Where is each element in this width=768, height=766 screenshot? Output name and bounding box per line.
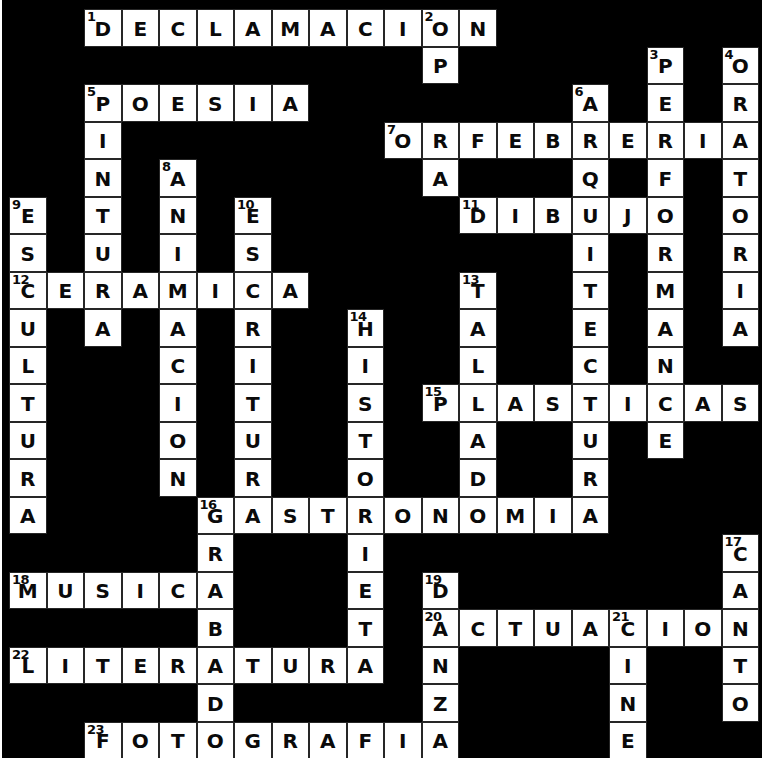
black-cell xyxy=(272,422,310,460)
grid-cell-r10c19[interactable]: S xyxy=(722,384,760,422)
clue-number: 1 xyxy=(87,10,96,24)
grid-cell-r17c0[interactable]: 22L xyxy=(9,647,47,685)
black-cell xyxy=(647,534,685,572)
black-cell xyxy=(47,684,85,722)
grid-cell-r16c13[interactable]: T xyxy=(497,609,535,647)
grid-cell-r17c2[interactable]: T xyxy=(84,647,122,685)
cell-letter: A xyxy=(583,619,598,639)
cell-letter: A xyxy=(733,581,748,601)
cell-letter: Q xyxy=(582,169,599,189)
cell-letter: N xyxy=(94,169,111,189)
grid-cell-r17c16[interactable]: I xyxy=(609,647,647,685)
black-cell xyxy=(347,684,385,722)
cell-letter: I xyxy=(62,656,69,676)
grid-cell-r7c0[interactable]: 12C xyxy=(9,272,47,310)
black-cell xyxy=(684,459,722,497)
grid-cell-r15c3[interactable]: I xyxy=(122,572,160,610)
cell-letter: A xyxy=(733,319,748,339)
black-cell xyxy=(159,534,197,572)
grid-cell-r4c15[interactable]: Q xyxy=(572,159,610,197)
grid-cell-r17c4[interactable]: R xyxy=(159,647,197,685)
grid-cell-r1c17[interactable]: 3P xyxy=(647,47,685,85)
cell-letter: U xyxy=(245,431,261,451)
grid-cell-r14c9[interactable]: I xyxy=(347,534,385,572)
grid-cell-r0c2[interactable]: 1D xyxy=(84,9,122,47)
black-cell xyxy=(572,47,610,85)
grid-cell-r5c0[interactable]: 9E xyxy=(9,197,47,235)
grid-cell-r2c6[interactable]: I xyxy=(234,84,272,122)
grid-cell-r0c11[interactable]: 2O xyxy=(422,9,460,47)
grid-cell-r4c11[interactable]: A xyxy=(422,159,460,197)
grid-cell-r5c12[interactable]: 11D xyxy=(459,197,497,235)
cell-letter: T xyxy=(733,169,747,189)
grid-cell-r10c17[interactable]: C xyxy=(647,384,685,422)
black-cell xyxy=(309,534,347,572)
black-cell xyxy=(459,159,497,197)
grid-cell-r12c0[interactable]: R xyxy=(9,459,47,497)
grid-cell-r8c17[interactable]: A xyxy=(647,309,685,347)
grid-cell-r19c7[interactable]: R xyxy=(272,722,310,759)
grid-cell-r8c12[interactable]: A xyxy=(459,309,497,347)
grid-cell-r7c12[interactable]: 13T xyxy=(459,272,497,310)
grid-cell-r19c2[interactable]: 23F xyxy=(84,722,122,759)
grid-cell-r10c14[interactable]: S xyxy=(534,384,572,422)
black-cell xyxy=(609,234,647,272)
grid-cell-r16c19[interactable]: N xyxy=(722,609,760,647)
clue-number: 20 xyxy=(425,610,442,624)
grid-cell-r7c4[interactable]: M xyxy=(159,272,197,310)
grid-cell-r6c2[interactable]: U xyxy=(84,234,122,272)
black-cell xyxy=(272,159,310,197)
grid-cell-r7c7[interactable]: A xyxy=(272,272,310,310)
grid-cell-r2c17[interactable]: E xyxy=(647,84,685,122)
grid-cell-r3c13[interactable]: E xyxy=(497,122,535,160)
cell-letter: F xyxy=(658,169,672,189)
grid-cell-r12c6[interactable]: R xyxy=(234,459,272,497)
grid-cell-r0c8[interactable]: A xyxy=(309,9,347,47)
black-cell xyxy=(197,309,235,347)
grid-cell-r10c15[interactable]: T xyxy=(572,384,610,422)
black-cell xyxy=(384,47,422,85)
grid-cell-r13c15[interactable]: A xyxy=(572,497,610,535)
black-cell xyxy=(272,309,310,347)
cell-letter: D xyxy=(207,694,224,714)
cell-letter: E xyxy=(133,656,147,676)
cell-letter: I xyxy=(662,619,669,639)
cell-letter: U xyxy=(582,431,598,451)
grid-cell-r6c4[interactable]: I xyxy=(159,234,197,272)
grid-cell-r17c1[interactable]: I xyxy=(47,647,85,685)
grid-cell-r6c17[interactable]: R xyxy=(647,234,685,272)
grid-cell-r3c11[interactable]: R xyxy=(422,122,460,160)
grid-cell-r17c11[interactable]: N xyxy=(422,647,460,685)
grid-cell-r16c14[interactable]: U xyxy=(534,609,572,647)
grid-cell-r13c13[interactable]: M xyxy=(497,497,535,535)
cell-letter: I xyxy=(399,731,406,751)
cell-letter: A xyxy=(433,169,448,189)
grid-cell-r18c5[interactable]: D xyxy=(197,684,235,722)
grid-cell-r11c0[interactable]: U xyxy=(9,422,47,460)
cell-letter: U xyxy=(57,581,73,601)
grid-cell-r3c19[interactable]: A xyxy=(722,122,760,160)
grid-cell-r10c4[interactable]: I xyxy=(159,384,197,422)
grid-cell-r1c11[interactable]: P xyxy=(422,47,460,85)
grid-cell-r4c4[interactable]: 8A xyxy=(159,159,197,197)
grid-cell-r15c0[interactable]: 18M xyxy=(9,572,47,610)
cell-letter: A xyxy=(470,319,485,339)
cell-letter: I xyxy=(399,19,406,39)
grid-cell-r2c4[interactable]: E xyxy=(159,84,197,122)
grid-cell-r4c2[interactable]: N xyxy=(84,159,122,197)
cell-letter: U xyxy=(95,244,111,264)
grid-cell-r9c17[interactable]: N xyxy=(647,347,685,385)
cell-letter: O xyxy=(732,56,749,76)
grid-cell-r15c2[interactable]: S xyxy=(84,572,122,610)
cell-letter: E xyxy=(621,731,635,751)
grid-cell-r9c9[interactable]: I xyxy=(347,347,385,385)
grid-cell-r5c15[interactable]: U xyxy=(572,197,610,235)
black-cell xyxy=(422,197,460,235)
grid-cell-r19c8[interactable]: A xyxy=(309,722,347,759)
grid-cell-r9c6[interactable]: I xyxy=(234,347,272,385)
grid-cell-r9c4[interactable]: C xyxy=(159,347,197,385)
cell-letter: S xyxy=(208,94,222,114)
grid-cell-r19c10[interactable]: I xyxy=(384,722,422,759)
grid-cell-r13c5[interactable]: 16G xyxy=(197,497,235,535)
grid-cell-r17c8[interactable]: R xyxy=(309,647,347,685)
grid-cell-r0c12[interactable]: N xyxy=(459,9,497,47)
grid-cell-r2c7[interactable]: A xyxy=(272,84,310,122)
grid-cell-r16c15[interactable]: A xyxy=(572,609,610,647)
grid-cell-r10c13[interactable]: A xyxy=(497,384,535,422)
grid-cell-r0c9[interactable]: C xyxy=(347,9,385,47)
black-cell xyxy=(272,609,310,647)
black-cell xyxy=(47,609,85,647)
grid-cell-r10c18[interactable]: A xyxy=(684,384,722,422)
grid-cell-r6c19[interactable]: R xyxy=(722,234,760,272)
grid-cell-r5c2[interactable]: T xyxy=(84,197,122,235)
black-cell xyxy=(9,684,47,722)
cell-letter: M xyxy=(505,506,525,526)
black-cell xyxy=(609,84,647,122)
grid-cell-r7c6[interactable]: C xyxy=(234,272,272,310)
cell-letter: A xyxy=(733,131,748,151)
cell-letter: U xyxy=(545,619,561,639)
grid-cell-r0c3[interactable]: E xyxy=(122,9,160,47)
grid-cell-r19c11[interactable]: A xyxy=(422,722,460,759)
grid-cell-r12c4[interactable]: N xyxy=(159,459,197,497)
grid-cell-r8c4[interactable]: A xyxy=(159,309,197,347)
grid-cell-r19c4[interactable]: T xyxy=(159,722,197,759)
black-cell xyxy=(122,197,160,235)
grid-cell-r16c18[interactable]: O xyxy=(684,609,722,647)
black-cell xyxy=(534,347,572,385)
grid-cell-r9c0[interactable]: L xyxy=(9,347,47,385)
black-cell xyxy=(384,534,422,572)
black-cell xyxy=(384,84,422,122)
grid-cell-r15c11[interactable]: 19D xyxy=(422,572,460,610)
black-cell xyxy=(197,422,235,460)
grid-cell-r10c12[interactable]: L xyxy=(459,384,497,422)
grid-cell-r9c15[interactable]: C xyxy=(572,347,610,385)
black-cell xyxy=(647,722,685,759)
grid-cell-r4c17[interactable]: F xyxy=(647,159,685,197)
grid-cell-r13c11[interactable]: N xyxy=(422,497,460,535)
grid-cell-r2c2[interactable]: 5P xyxy=(84,84,122,122)
grid-cell-r11c4[interactable]: O xyxy=(159,422,197,460)
grid-cell-r5c19[interactable]: O xyxy=(722,197,760,235)
black-cell xyxy=(9,722,47,759)
grid-cell-r7c5[interactable]: I xyxy=(197,272,235,310)
grid-cell-r3c17[interactable]: R xyxy=(647,122,685,160)
grid-cell-r0c7[interactable]: M xyxy=(272,9,310,47)
cell-letter: I xyxy=(249,94,256,114)
grid-cell-r11c9[interactable]: T xyxy=(347,422,385,460)
grid-cell-r5c4[interactable]: N xyxy=(159,197,197,235)
grid-cell-r11c17[interactable]: E xyxy=(647,422,685,460)
grid-cell-r3c16[interactable]: E xyxy=(609,122,647,160)
grid-cell-r3c2[interactable]: I xyxy=(84,122,122,160)
grid-cell-r19c6[interactable]: G xyxy=(234,722,272,759)
grid-cell-r10c16[interactable]: I xyxy=(609,384,647,422)
grid-cell-r8c0[interactable]: U xyxy=(9,309,47,347)
cell-letter: C xyxy=(170,356,185,376)
black-cell xyxy=(534,159,572,197)
black-cell xyxy=(647,684,685,722)
grid-cell-r8c9[interactable]: 14H xyxy=(347,309,385,347)
black-cell xyxy=(422,347,460,385)
grid-cell-r19c9[interactable]: F xyxy=(347,722,385,759)
black-cell xyxy=(384,159,422,197)
grid-cell-r9c12[interactable]: L xyxy=(459,347,497,385)
grid-cell-r7c3[interactable]: A xyxy=(122,272,160,310)
grid-cell-r12c12[interactable]: D xyxy=(459,459,497,497)
grid-cell-r13c12[interactable]: O xyxy=(459,497,497,535)
clue-number: 19 xyxy=(425,573,442,587)
grid-cell-r5c17[interactable]: O xyxy=(647,197,685,235)
cell-letter: Z xyxy=(433,694,448,714)
grid-cell-r7c2[interactable]: R xyxy=(84,272,122,310)
grid-cell-r16c12[interactable]: C xyxy=(459,609,497,647)
grid-cell-r3c14[interactable]: B xyxy=(534,122,572,160)
grid-cell-r15c9[interactable]: E xyxy=(347,572,385,610)
cell-letter: C xyxy=(583,356,598,376)
grid-cell-r16c16[interactable]: 21C xyxy=(609,609,647,647)
grid-cell-r7c19[interactable]: I xyxy=(722,272,760,310)
black-cell xyxy=(309,234,347,272)
grid-cell-r6c6[interactable]: S xyxy=(234,234,272,272)
grid-cell-r13c0[interactable]: A xyxy=(9,497,47,535)
cell-letter: O xyxy=(169,431,186,451)
black-cell xyxy=(647,459,685,497)
grid-cell-r19c5[interactable]: O xyxy=(197,722,235,759)
black-cell xyxy=(234,609,272,647)
grid-cell-r10c9[interactable]: S xyxy=(347,384,385,422)
grid-cell-r3c12[interactable]: F xyxy=(459,122,497,160)
black-cell xyxy=(272,47,310,85)
black-cell xyxy=(84,459,122,497)
grid-cell-r0c10[interactable]: I xyxy=(384,9,422,47)
black-cell xyxy=(47,47,85,85)
black-cell xyxy=(197,384,235,422)
black-cell xyxy=(47,497,85,535)
grid-cell-r7c17[interactable]: M xyxy=(647,272,685,310)
grid-cell-r15c1[interactable]: U xyxy=(47,572,85,610)
cell-letter: C xyxy=(245,281,260,301)
black-cell xyxy=(309,572,347,610)
cell-letter: E xyxy=(658,431,672,451)
grid-cell-r8c15[interactable]: E xyxy=(572,309,610,347)
grid-cell-r0c4[interactable]: C xyxy=(159,9,197,47)
grid-cell-r6c0[interactable]: S xyxy=(9,234,47,272)
cell-letter: R xyxy=(433,131,448,151)
grid-cell-r13c7[interactable]: S xyxy=(272,497,310,535)
grid-cell-r0c6[interactable]: A xyxy=(234,9,272,47)
grid-cell-r7c15[interactable]: T xyxy=(572,272,610,310)
grid-cell-r12c15[interactable]: R xyxy=(572,459,610,497)
cell-letter: R xyxy=(95,281,110,301)
grid-cell-r17c5[interactable]: A xyxy=(197,647,235,685)
black-cell xyxy=(497,347,535,385)
cell-letter: M xyxy=(655,281,675,301)
cell-letter: O xyxy=(207,731,224,751)
grid-cell-r15c5[interactable]: A xyxy=(197,572,235,610)
black-cell xyxy=(122,122,160,160)
grid-cell-r12c9[interactable]: O xyxy=(347,459,385,497)
grid-cell-r10c6[interactable]: T xyxy=(234,384,272,422)
grid-cell-r6c15[interactable]: I xyxy=(572,234,610,272)
cell-letter: I xyxy=(362,544,369,564)
black-cell xyxy=(534,722,572,759)
clue-number: 8 xyxy=(162,160,171,174)
grid-cell-r17c9[interactable]: A xyxy=(347,647,385,685)
grid-cell-r16c17[interactable]: I xyxy=(647,609,685,647)
cell-letter: R xyxy=(733,94,748,114)
grid-cell-r14c5[interactable]: R xyxy=(197,534,235,572)
grid-cell-r8c19[interactable]: A xyxy=(722,309,760,347)
cell-letter: S xyxy=(358,394,372,414)
grid-cell-r18c16[interactable]: N xyxy=(609,684,647,722)
grid-cell-r18c11[interactable]: Z xyxy=(422,684,460,722)
black-cell xyxy=(534,272,572,310)
cell-letter: T xyxy=(21,394,35,414)
cell-letter: C xyxy=(170,581,185,601)
grid-cell-r15c4[interactable]: C xyxy=(159,572,197,610)
grid-cell-r5c16[interactable]: J xyxy=(609,197,647,235)
grid-cell-r15c19[interactable]: A xyxy=(722,572,760,610)
clue-number: 10 xyxy=(237,198,254,212)
grid-cell-r1c19[interactable]: 4O xyxy=(722,47,760,85)
black-cell xyxy=(497,159,535,197)
cell-letter: A xyxy=(583,506,598,526)
black-cell xyxy=(347,84,385,122)
grid-cell-r5c13[interactable]: I xyxy=(497,197,535,235)
grid-cell-r8c2[interactable]: A xyxy=(84,309,122,347)
black-cell xyxy=(122,459,160,497)
grid-cell-r8c6[interactable]: R xyxy=(234,309,272,347)
grid-cell-r10c11[interactable]: 15P xyxy=(422,384,460,422)
black-cell xyxy=(309,422,347,460)
grid-cell-r5c6[interactable]: 10E xyxy=(234,197,272,235)
grid-cell-r11c6[interactable]: U xyxy=(234,422,272,460)
grid-cell-r17c6[interactable]: T xyxy=(234,647,272,685)
black-cell xyxy=(347,47,385,85)
black-cell xyxy=(609,422,647,460)
black-cell xyxy=(309,197,347,235)
black-cell xyxy=(534,9,572,47)
grid-cell-r4c19[interactable]: T xyxy=(722,159,760,197)
grid-cell-r3c18[interactable]: I xyxy=(684,122,722,160)
cell-letter: A xyxy=(695,394,710,414)
black-cell xyxy=(534,84,572,122)
grid-cell-r3c15[interactable]: R xyxy=(572,122,610,160)
grid-cell-r16c5[interactable]: B xyxy=(197,609,235,647)
grid-cell-r11c15[interactable]: U xyxy=(572,422,610,460)
cell-letter: D xyxy=(94,19,111,39)
grid-cell-r14c19[interactable]: 17C xyxy=(722,534,760,572)
black-cell xyxy=(684,722,722,759)
grid-cell-r16c9[interactable]: T xyxy=(347,609,385,647)
black-cell xyxy=(684,347,722,385)
cell-letter: E xyxy=(21,206,35,226)
grid-cell-r2c15[interactable]: 6A xyxy=(572,84,610,122)
clue-number: 18 xyxy=(12,573,29,587)
grid-cell-r2c19[interactable]: R xyxy=(722,84,760,122)
grid-cell-r17c7[interactable]: U xyxy=(272,647,310,685)
black-cell xyxy=(609,272,647,310)
grid-cell-r16c11[interactable]: 20A xyxy=(422,609,460,647)
cell-letter: T xyxy=(246,394,260,414)
black-cell xyxy=(272,684,310,722)
cell-letter: T xyxy=(321,506,335,526)
grid-cell-r5c14[interactable]: B xyxy=(534,197,572,235)
cell-letter: A xyxy=(470,431,485,451)
black-cell xyxy=(384,459,422,497)
grid-cell-r2c3[interactable]: O xyxy=(122,84,160,122)
cell-letter: T xyxy=(583,394,597,414)
grid-cell-r3c10[interactable]: 7O xyxy=(384,122,422,160)
black-cell xyxy=(722,459,760,497)
cell-letter: O xyxy=(657,206,674,226)
grid-cell-r13c14[interactable]: I xyxy=(534,497,572,535)
grid-cell-r19c16[interactable]: E xyxy=(609,722,647,759)
cell-letter: I xyxy=(249,356,256,376)
grid-cell-r13c10[interactable]: O xyxy=(384,497,422,535)
cell-letter: N xyxy=(469,19,486,39)
black-cell xyxy=(384,572,422,610)
grid-cell-r13c6[interactable]: A xyxy=(234,497,272,535)
black-cell xyxy=(84,347,122,385)
black-cell xyxy=(384,347,422,385)
black-cell xyxy=(384,384,422,422)
grid-cell-r18c19[interactable]: O xyxy=(722,684,760,722)
grid-cell-r13c8[interactable]: T xyxy=(309,497,347,535)
grid-cell-r7c1[interactable]: E xyxy=(47,272,85,310)
black-cell xyxy=(9,84,47,122)
grid-cell-r2c5[interactable]: S xyxy=(197,84,235,122)
grid-cell-r19c3[interactable]: O xyxy=(122,722,160,759)
grid-cell-r11c12[interactable]: A xyxy=(459,422,497,460)
grid-cell-r17c19[interactable]: T xyxy=(722,647,760,685)
grid-cell-r13c9[interactable]: R xyxy=(347,497,385,535)
grid-cell-r17c3[interactable]: E xyxy=(122,647,160,685)
black-cell xyxy=(384,647,422,685)
black-cell xyxy=(609,159,647,197)
grid-cell-r0c5[interactable]: L xyxy=(197,9,235,47)
cell-letter: B xyxy=(208,619,223,639)
grid-cell-r10c0[interactable]: T xyxy=(9,384,47,422)
black-cell xyxy=(572,534,610,572)
